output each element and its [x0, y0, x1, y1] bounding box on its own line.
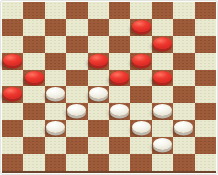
board-square[interactable] — [152, 86, 173, 103]
board-square[interactable] — [88, 70, 109, 87]
board-square[interactable] — [152, 19, 173, 36]
board-square[interactable] — [23, 86, 44, 103]
white-piece[interactable] — [153, 104, 172, 116]
red-piece[interactable] — [153, 37, 172, 49]
red-piece[interactable] — [153, 71, 172, 83]
board-square[interactable] — [195, 36, 216, 53]
board-square[interactable] — [109, 103, 130, 120]
board-square[interactable] — [195, 103, 216, 120]
board-square[interactable] — [195, 120, 216, 137]
board-square[interactable] — [66, 137, 87, 154]
white-piece[interactable] — [46, 121, 65, 133]
board-square[interactable] — [66, 36, 87, 53]
board-square[interactable] — [130, 137, 151, 154]
board-square[interactable] — [152, 120, 173, 137]
red-piece[interactable] — [3, 54, 22, 66]
board-square[interactable] — [152, 70, 173, 87]
board-square[interactable] — [130, 86, 151, 103]
board-square[interactable] — [23, 36, 44, 53]
board-square[interactable] — [2, 86, 23, 103]
board-square[interactable] — [130, 36, 151, 53]
board-square[interactable] — [173, 36, 194, 53]
board-square[interactable] — [45, 154, 66, 171]
board-square[interactable] — [66, 103, 87, 120]
board-square[interactable] — [152, 53, 173, 70]
board-square[interactable] — [109, 120, 130, 137]
white-piece[interactable] — [110, 104, 129, 116]
board-square[interactable] — [2, 2, 23, 19]
board-square[interactable] — [109, 86, 130, 103]
board-square[interactable] — [2, 36, 23, 53]
board-square[interactable] — [152, 154, 173, 171]
board-square[interactable] — [109, 53, 130, 70]
board-square[interactable] — [173, 103, 194, 120]
board-square[interactable] — [130, 70, 151, 87]
board-square[interactable] — [45, 2, 66, 19]
board-square[interactable] — [109, 19, 130, 36]
board-square[interactable] — [23, 2, 44, 19]
board-square[interactable] — [88, 120, 109, 137]
white-piece[interactable] — [153, 138, 172, 150]
white-piece[interactable] — [132, 121, 151, 133]
board-square[interactable] — [195, 70, 216, 87]
board-square[interactable] — [66, 53, 87, 70]
board-square[interactable] — [130, 19, 151, 36]
board-square[interactable] — [45, 120, 66, 137]
board-square[interactable] — [45, 70, 66, 87]
white-piece[interactable] — [46, 87, 65, 99]
board-square[interactable] — [66, 19, 87, 36]
board-square[interactable] — [173, 2, 194, 19]
board-square[interactable] — [2, 19, 23, 36]
board-square[interactable] — [130, 103, 151, 120]
board-square[interactable] — [66, 70, 87, 87]
board-square[interactable] — [152, 2, 173, 19]
board-square[interactable] — [173, 137, 194, 154]
board-square[interactable] — [88, 53, 109, 70]
board-square[interactable] — [173, 70, 194, 87]
board-square[interactable] — [109, 70, 130, 87]
board-photo-frame — [0, 0, 218, 175]
board-square[interactable] — [2, 103, 23, 120]
board-square[interactable] — [173, 53, 194, 70]
board-square[interactable] — [195, 19, 216, 36]
white-piece[interactable] — [67, 104, 86, 116]
board-square[interactable] — [66, 120, 87, 137]
board-square[interactable] — [88, 19, 109, 36]
board-square[interactable] — [2, 154, 23, 171]
board-square[interactable] — [45, 36, 66, 53]
board-square[interactable] — [2, 53, 23, 70]
white-piece[interactable] — [174, 121, 193, 133]
board-square[interactable] — [45, 103, 66, 120]
white-piece[interactable] — [89, 87, 108, 99]
board-square[interactable] — [23, 53, 44, 70]
board-square[interactable] — [66, 154, 87, 171]
board-square[interactable] — [152, 36, 173, 53]
board-square[interactable] — [45, 137, 66, 154]
board-square[interactable] — [45, 53, 66, 70]
board-square[interactable] — [23, 19, 44, 36]
board-square[interactable] — [23, 137, 44, 154]
board-square[interactable] — [130, 154, 151, 171]
board-square[interactable] — [23, 70, 44, 87]
board-square[interactable] — [66, 2, 87, 19]
board-square[interactable] — [23, 103, 44, 120]
board-square[interactable] — [152, 103, 173, 120]
checkers-board — [2, 2, 216, 173]
board-square[interactable] — [130, 2, 151, 19]
board-square[interactable] — [152, 137, 173, 154]
red-piece[interactable] — [132, 20, 151, 32]
board-square[interactable] — [88, 36, 109, 53]
board-square[interactable] — [45, 86, 66, 103]
red-piece[interactable] — [3, 87, 22, 99]
board-square[interactable] — [109, 137, 130, 154]
board-square[interactable] — [195, 137, 216, 154]
board-square[interactable] — [173, 86, 194, 103]
board-square[interactable] — [173, 154, 194, 171]
board-square[interactable] — [88, 86, 109, 103]
board-square[interactable] — [2, 137, 23, 154]
board-square[interactable] — [88, 103, 109, 120]
board-square[interactable] — [109, 36, 130, 53]
board-square[interactable] — [195, 2, 216, 19]
board-square[interactable] — [23, 120, 44, 137]
board-square[interactable] — [88, 137, 109, 154]
board-square[interactable] — [2, 120, 23, 137]
board-square[interactable] — [130, 53, 151, 70]
board-square[interactable] — [195, 53, 216, 70]
board-square[interactable] — [109, 154, 130, 171]
board-square[interactable] — [45, 19, 66, 36]
board-square[interactable] — [23, 154, 44, 171]
board-square[interactable] — [173, 120, 194, 137]
red-piece[interactable] — [110, 71, 129, 83]
board-square[interactable] — [173, 19, 194, 36]
board-square[interactable] — [88, 2, 109, 19]
board-square[interactable] — [88, 154, 109, 171]
board-square[interactable] — [195, 86, 216, 103]
board-square[interactable] — [2, 70, 23, 87]
board-square[interactable] — [66, 86, 87, 103]
red-piece[interactable] — [25, 71, 44, 83]
board-square[interactable] — [130, 120, 151, 137]
board-square[interactable] — [109, 2, 130, 19]
red-piece[interactable] — [89, 54, 108, 66]
board-square[interactable] — [195, 154, 216, 171]
red-piece[interactable] — [132, 54, 151, 66]
